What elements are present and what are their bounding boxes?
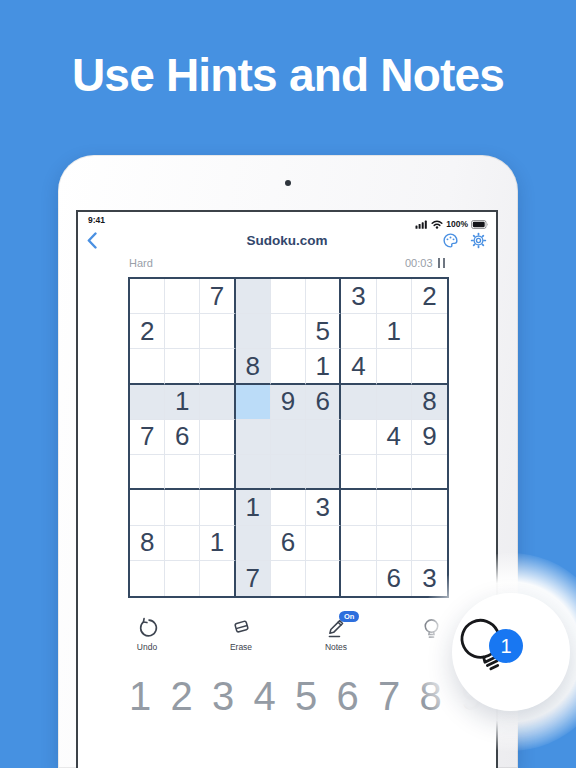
hint-overlay: 1 — [452, 593, 570, 711]
gear-icon — [470, 232, 487, 249]
sudoku-cell-r5c5[interactable] — [271, 420, 306, 455]
sudoku-cell-r7c3[interactable] — [200, 490, 235, 525]
sudoku-cell-r7c2[interactable] — [165, 490, 200, 525]
sudoku-cell-r5c4[interactable] — [236, 420, 271, 455]
sudoku-cell-r8c9[interactable] — [412, 526, 447, 561]
notes-button[interactable]: On Notes — [310, 616, 362, 652]
sudoku-cell-r9c2[interactable] — [165, 561, 200, 596]
sudoku-cell-r8c2[interactable] — [165, 526, 200, 561]
sudoku-cell-r3c5[interactable] — [271, 349, 306, 384]
sudoku-cell-r2c4[interactable] — [236, 314, 271, 349]
sudoku-cell-r9c6[interactable] — [306, 561, 341, 596]
sudoku-cell-r2c8[interactable]: 1 — [377, 314, 412, 349]
sudoku-cell-r7c1[interactable] — [130, 490, 165, 525]
sudoku-cell-r5c8[interactable]: 4 — [377, 420, 412, 455]
sudoku-cell-r9c3[interactable] — [200, 561, 235, 596]
sudoku-cell-r2c5[interactable] — [271, 314, 306, 349]
sudoku-cell-r9c5[interactable] — [271, 561, 306, 596]
sudoku-cell-r5c3[interactable] — [200, 420, 235, 455]
sudoku-cell-r9c4[interactable]: 7 — [236, 561, 271, 596]
undo-icon — [135, 616, 159, 640]
sudoku-cell-r3c4[interactable]: 8 — [236, 349, 271, 384]
sudoku-cell-r7c9[interactable] — [412, 490, 447, 525]
sudoku-cell-r8c4[interactable] — [236, 526, 271, 561]
sudoku-cell-r1c3[interactable]: 7 — [200, 279, 235, 314]
sudoku-cell-r5c7[interactable] — [341, 420, 376, 455]
sudoku-cell-r1c8[interactable] — [377, 279, 412, 314]
sudoku-cell-r6c5[interactable] — [271, 455, 306, 490]
sudoku-cell-r4c8[interactable] — [377, 385, 412, 420]
camera-dot — [285, 180, 291, 186]
sudoku-cell-r5c9[interactable]: 9 — [412, 420, 447, 455]
numpad-key-4[interactable]: 4 — [249, 674, 281, 718]
sudoku-cell-r6c2[interactable] — [165, 455, 200, 490]
sudoku-cell-r4c2[interactable]: 1 — [165, 385, 200, 420]
sudoku-cell-r4c4[interactable] — [236, 385, 271, 420]
sudoku-cell-r6c9[interactable] — [412, 455, 447, 490]
pause-button[interactable] — [438, 258, 446, 268]
erase-button[interactable]: Erase — [215, 616, 267, 652]
sudoku-cell-r4c7[interactable] — [341, 385, 376, 420]
sudoku-cell-r4c5[interactable]: 9 — [271, 385, 306, 420]
sudoku-cell-r3c6[interactable]: 1 — [306, 349, 341, 384]
sudoku-cell-r6c8[interactable] — [377, 455, 412, 490]
status-bar: 9:41 — [78, 213, 496, 227]
sudoku-cell-r3c2[interactable] — [165, 349, 200, 384]
page: Use Hints and Notes 9:41 — [0, 0, 576, 768]
hint-count-badge: 1 — [489, 629, 523, 663]
sudoku-cell-r1c1[interactable] — [130, 279, 165, 314]
sudoku-cell-r7c7[interactable] — [341, 490, 376, 525]
sudoku-cell-r8c8[interactable] — [377, 526, 412, 561]
sudoku-cell-r6c6[interactable] — [306, 455, 341, 490]
app-title: Sudoku.com — [78, 233, 496, 248]
notes-on-badge: On — [339, 611, 359, 622]
erase-label: Erase — [230, 642, 252, 652]
sudoku-cell-r2c9[interactable] — [412, 314, 447, 349]
numpad-key-2[interactable]: 2 — [166, 674, 198, 718]
sudoku-cell-r2c3[interactable] — [200, 314, 235, 349]
sudoku-cell-r1c5[interactable] — [271, 279, 306, 314]
sudoku-cell-r2c2[interactable] — [165, 314, 200, 349]
sudoku-cell-r9c7[interactable] — [341, 561, 376, 596]
sudoku-cell-r3c1[interactable] — [130, 349, 165, 384]
sudoku-cell-r3c3[interactable] — [200, 349, 235, 384]
sudoku-cell-r7c5[interactable] — [271, 490, 306, 525]
sudoku-cell-r8c1[interactable]: 8 — [130, 526, 165, 561]
sudoku-cell-r8c6[interactable] — [306, 526, 341, 561]
notes-label: Notes — [325, 642, 347, 652]
sudoku-cell-r8c3[interactable]: 1 — [200, 526, 235, 561]
sudoku-cell-r7c6[interactable]: 3 — [306, 490, 341, 525]
sudoku-cell-r5c2[interactable]: 6 — [165, 420, 200, 455]
palette-icon — [442, 232, 459, 249]
sudoku-cell-r5c1[interactable]: 7 — [130, 420, 165, 455]
numpad-key-3[interactable]: 3 — [207, 674, 239, 718]
numpad-key-6[interactable]: 6 — [332, 674, 364, 718]
sudoku-cell-r3c7[interactable]: 4 — [341, 349, 376, 384]
sudoku-cell-r8c7[interactable] — [341, 526, 376, 561]
sudoku-cell-r4c3[interactable] — [200, 385, 235, 420]
sudoku-cell-r9c1[interactable] — [130, 561, 165, 596]
sudoku-cell-r1c4[interactable] — [236, 279, 271, 314]
sudoku-grid: 7322518141968764913816763 — [128, 277, 449, 598]
numpad-key-1[interactable]: 1 — [124, 674, 156, 718]
sudoku-cell-r1c9[interactable]: 2 — [412, 279, 447, 314]
sudoku-cell-r6c3[interactable] — [200, 455, 235, 490]
sudoku-cell-r3c8[interactable] — [377, 349, 412, 384]
sudoku-cell-r1c2[interactable] — [165, 279, 200, 314]
sudoku-cell-r2c6[interactable]: 5 — [306, 314, 341, 349]
sudoku-cell-r6c4[interactable] — [236, 455, 271, 490]
game-header: Hard 00:03 — [129, 254, 445, 272]
sudoku-cell-r8c5[interactable]: 6 — [271, 526, 306, 561]
settings-button[interactable] — [470, 232, 487, 253]
status-time: 9:41 — [88, 215, 105, 225]
sudoku-cell-r5c6[interactable] — [306, 420, 341, 455]
sudoku-cell-r4c1[interactable] — [130, 385, 165, 420]
sudoku-cell-r2c1[interactable]: 2 — [130, 314, 165, 349]
sudoku-cell-r6c1[interactable] — [130, 455, 165, 490]
sudoku-cell-r9c8[interactable]: 6 — [377, 561, 412, 596]
difficulty-label[interactable]: Hard — [129, 257, 153, 269]
pause-icon — [443, 258, 446, 268]
sudoku-cell-r4c9[interactable]: 8 — [412, 385, 447, 420]
sudoku-cell-r7c8[interactable] — [377, 490, 412, 525]
numpad-key-7[interactable]: 7 — [373, 674, 405, 718]
sudoku-cell-r1c7[interactable]: 3 — [341, 279, 376, 314]
theme-palette-button[interactable] — [442, 232, 459, 253]
sudoku-cell-r7c4[interactable]: 1 — [236, 490, 271, 525]
pencil-icon: On — [324, 616, 348, 640]
timer-value: 00:03 — [405, 257, 433, 269]
nav-bar: Sudoku.com — [78, 228, 496, 254]
eraser-icon — [229, 616, 253, 640]
sudoku-cell-r1c6[interactable] — [306, 279, 341, 314]
page-title: Use Hints and Notes — [0, 48, 576, 102]
undo-label: Undo — [137, 642, 157, 652]
hint-button-magnified[interactable]: 1 — [452, 593, 570, 711]
numpad-key-5[interactable]: 5 — [290, 674, 322, 718]
undo-button[interactable]: Undo — [121, 616, 173, 652]
sudoku-cell-r6c7[interactable] — [341, 455, 376, 490]
pause-icon — [438, 258, 441, 268]
sudoku-cell-r2c7[interactable] — [341, 314, 376, 349]
sudoku-cell-r3c9[interactable] — [412, 349, 447, 384]
sudoku-cell-r4c6[interactable]: 6 — [306, 385, 341, 420]
